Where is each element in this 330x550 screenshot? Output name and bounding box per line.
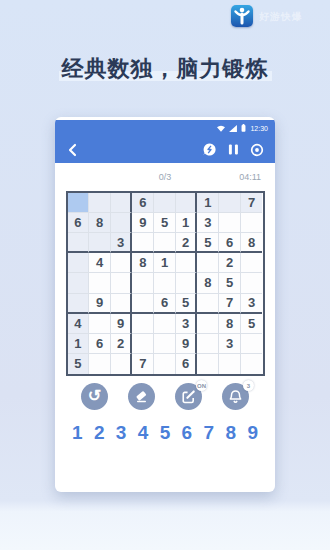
sudoku-cell-r8c3[interactable]: 2: [111, 334, 133, 354]
number-pad: 123456789: [55, 422, 275, 444]
sudoku-cell-r5c7[interactable]: 8: [197, 273, 219, 293]
notes-toggle-badge: ON: [196, 380, 207, 391]
sudoku-cell-r6c1[interactable]: [68, 294, 90, 314]
sudoku-cell-r1c8[interactable]: [219, 193, 241, 213]
sudoku-cell-r6c4[interactable]: [132, 294, 154, 314]
hint-count-badge: 3: [243, 380, 254, 391]
pencil-notes-icon: [181, 389, 196, 404]
sudoku-cell-r3c1[interactable]: [68, 233, 90, 253]
eraser-button[interactable]: [128, 383, 155, 410]
sudoku-cell-r7c3[interactable]: 9: [111, 314, 133, 334]
sudoku-cell-r7c5[interactable]: [154, 314, 176, 334]
sudoku-cell-r9c3[interactable]: [111, 354, 133, 374]
sudoku-cell-r5c4[interactable]: [132, 273, 154, 293]
page-title: 经典数独，脑力锻炼: [0, 54, 330, 84]
sudoku-cell-r4c8[interactable]: 2: [219, 253, 241, 273]
numpad-8[interactable]: 8: [225, 422, 236, 444]
sudoku-cell-r1c5[interactable]: [154, 193, 176, 213]
sudoku-cell-r1c4[interactable]: 6: [132, 193, 154, 213]
sudoku-cell-r9c2[interactable]: [89, 354, 111, 374]
sudoku-cell-r9c5[interactable]: [154, 354, 176, 374]
sudoku-cell-r1c9[interactable]: 7: [241, 193, 263, 213]
sudoku-cell-r7c7[interactable]: [197, 314, 219, 334]
sudoku-cell-r5c3[interactable]: [111, 273, 133, 293]
sudoku-cell-r8c7[interactable]: [197, 334, 219, 354]
wifi-icon: [217, 125, 225, 132]
eraser-icon: [134, 389, 149, 404]
sudoku-cell-r5c6[interactable]: [176, 273, 198, 293]
undo-button[interactable]: ↺: [81, 383, 108, 410]
sudoku-cell-r4c3[interactable]: [111, 253, 133, 273]
undo-icon: ↺: [88, 388, 101, 404]
sudoku-cell-r1c2[interactable]: [89, 193, 111, 213]
toolbar: ↺ ON: [55, 383, 275, 410]
game-timer: 04:11: [239, 172, 261, 182]
sudoku-cell-r2c7[interactable]: 3: [197, 213, 219, 233]
sudoku-cell-r6c9[interactable]: 3: [241, 294, 263, 314]
nav-bar: [55, 136, 275, 163]
numpad-9[interactable]: 9: [247, 422, 258, 444]
sudoku-cell-r5c5[interactable]: [154, 273, 176, 293]
sudoku-board: 61768951332568481285965734938516293576: [66, 191, 265, 376]
sudoku-cell-r8c1[interactable]: 1: [68, 334, 90, 354]
hint-button[interactable]: 3: [222, 383, 249, 410]
mistakes-counter: 0/3: [159, 172, 172, 182]
sudoku-cell-r3c7[interactable]: 5: [197, 233, 219, 253]
sudoku-cell-r5c9[interactable]: [241, 273, 263, 293]
sudoku-promo-screenshot: 好游快爆 经典数独，脑力锻炼 12:30: [0, 0, 330, 550]
sudoku-cell-r3c4[interactable]: [132, 233, 154, 253]
speech-bubble-icon[interactable]: [202, 142, 217, 157]
bell-icon: [228, 389, 243, 404]
sudoku-cell-r8c8[interactable]: 3: [219, 334, 241, 354]
sudoku-cell-r2c5[interactable]: 5: [154, 213, 176, 233]
sudoku-cell-r2c3[interactable]: [111, 213, 133, 233]
sudoku-cell-r1c6[interactable]: [176, 193, 198, 213]
sudoku-cell-r2c2[interactable]: 8: [89, 213, 111, 233]
sudoku-cell-r7c4[interactable]: [132, 314, 154, 334]
sudoku-cell-r2c4[interactable]: 9: [132, 213, 154, 233]
signal-icon: [229, 125, 237, 132]
status-bar: 12:30: [55, 120, 275, 136]
sudoku-cell-r6c2[interactable]: 9: [89, 294, 111, 314]
numpad-6[interactable]: 6: [182, 422, 193, 444]
status-time: 12:30: [250, 125, 268, 132]
sudoku-cell-r1c3[interactable]: [111, 193, 133, 213]
sudoku-cell-r9c1[interactable]: 5: [68, 354, 90, 374]
sudoku-cell-r7c8[interactable]: 8: [219, 314, 241, 334]
sudoku-cell-r4c7[interactable]: [197, 253, 219, 273]
sudoku-cell-r7c9[interactable]: 5: [241, 314, 263, 334]
sudoku-cell-r8c2[interactable]: 6: [89, 334, 111, 354]
sudoku-cell-r4c9[interactable]: [241, 253, 263, 273]
sudoku-cell-r6c5[interactable]: 6: [154, 294, 176, 314]
sudoku-cell-r8c9[interactable]: [241, 334, 263, 354]
sudoku-cell-r8c6[interactable]: 9: [176, 334, 198, 354]
sudoku-cell-r4c1[interactable]: [68, 253, 90, 273]
pause-icon[interactable]: [228, 143, 239, 156]
sudoku-cell-r8c5[interactable]: [154, 334, 176, 354]
sudoku-cell-r9c9[interactable]: [241, 354, 263, 374]
sudoku-cell-r4c6[interactable]: [176, 253, 198, 273]
sudoku-cell-r3c3[interactable]: 3: [111, 233, 133, 253]
sudoku-cell-r2c1[interactable]: 6: [68, 213, 90, 233]
sudoku-cell-r5c1[interactable]: [68, 273, 90, 293]
sudoku-cell-r6c8[interactable]: 7: [219, 294, 241, 314]
phone-mockup: 12:30 0/3 04:11 6176895133: [55, 117, 275, 492]
watermark-text: 好游快爆: [259, 10, 303, 24]
numpad-7[interactable]: 7: [204, 422, 215, 444]
sudoku-cell-r6c6[interactable]: 5: [176, 294, 198, 314]
numpad-1[interactable]: 1: [72, 422, 83, 444]
sudoku-cell-r9c7[interactable]: [197, 354, 219, 374]
sudoku-cell-r8c4[interactable]: [132, 334, 154, 354]
numpad-3[interactable]: 3: [116, 422, 127, 444]
sudoku-cell-r3c5[interactable]: [154, 233, 176, 253]
app-logo-icon: [231, 5, 253, 27]
sudoku-cell-r2c6[interactable]: 1: [176, 213, 198, 233]
settings-icon[interactable]: [250, 143, 264, 157]
sudoku-cell-r3c9[interactable]: 8: [241, 233, 263, 253]
sudoku-cell-r3c6[interactable]: 2: [176, 233, 198, 253]
back-icon[interactable]: [66, 143, 80, 157]
sudoku-cell-r1c7[interactable]: 1: [197, 193, 219, 213]
sudoku-cell-r3c8[interactable]: 6: [219, 233, 241, 253]
sudoku-cell-r4c4[interactable]: 8: [132, 253, 154, 273]
sudoku-cell-r2c8[interactable]: [219, 213, 241, 233]
sudoku-cell-r4c5[interactable]: 1: [154, 253, 176, 273]
sudoku-cell-r6c7[interactable]: [197, 294, 219, 314]
numpad-5[interactable]: 5: [160, 422, 171, 444]
sudoku-cell-r4c2[interactable]: 4: [89, 253, 111, 273]
sudoku-cell-r7c6[interactable]: 3: [176, 314, 198, 334]
sudoku-cell-r3c2[interactable]: [89, 233, 111, 253]
sudoku-cell-r9c6[interactable]: 6: [176, 354, 198, 374]
notes-button[interactable]: ON: [175, 383, 202, 410]
battery-icon: [241, 124, 246, 132]
game-info-row: 0/3 04:11: [55, 163, 275, 190]
sudoku-cell-r9c4[interactable]: 7: [132, 354, 154, 374]
sudoku-cell-r9c8[interactable]: [219, 354, 241, 374]
numpad-4[interactable]: 4: [138, 422, 149, 444]
sudoku-cell-r7c2[interactable]: [89, 314, 111, 334]
sudoku-cell-r5c8[interactable]: 5: [219, 273, 241, 293]
sudoku-cell-r1c1[interactable]: [68, 193, 90, 213]
numpad-2[interactable]: 2: [94, 422, 105, 444]
sudoku-cell-r6c3[interactable]: [111, 294, 133, 314]
sudoku-cell-r5c2[interactable]: [89, 273, 111, 293]
sudoku-cell-r7c1[interactable]: 4: [68, 314, 90, 334]
sudoku-cell-r2c9[interactable]: [241, 213, 263, 233]
